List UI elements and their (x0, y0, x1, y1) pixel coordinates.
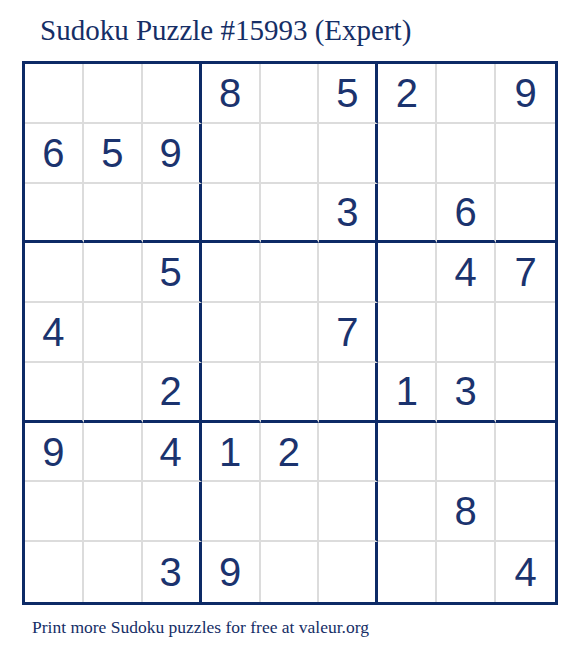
sudoku-cell-r4c2 (84, 243, 143, 303)
sudoku-cell-r3c6: 3 (319, 184, 378, 244)
sudoku-cell-r1c8 (437, 64, 496, 124)
sudoku-grid: 8529659365474721394128394 (22, 61, 558, 605)
sudoku-cell-r5c6: 7 (319, 303, 378, 363)
sudoku-cell-r2c6 (319, 124, 378, 184)
sudoku-cell-r6c5 (261, 363, 320, 423)
footer-text: Print more Sudoku puzzles for free at va… (32, 617, 369, 638)
sudoku-cell-r7c7 (378, 423, 437, 483)
sudoku-cell-r7c5: 2 (261, 423, 320, 483)
sudoku-cell-r5c3 (143, 303, 202, 363)
sudoku-cell-r7c8 (437, 423, 496, 483)
sudoku-cell-r2c1: 6 (25, 124, 84, 184)
sudoku-cell-r5c1: 4 (25, 303, 84, 363)
sudoku-cell-r5c2 (84, 303, 143, 363)
sudoku-cell-r7c6 (319, 423, 378, 483)
sudoku-cell-r1c4: 8 (202, 64, 261, 124)
sudoku-cell-r4c9: 7 (496, 243, 555, 303)
sudoku-cell-r3c3 (143, 184, 202, 244)
sudoku-cell-r2c8 (437, 124, 496, 184)
sudoku-cell-r8c8: 8 (437, 482, 496, 542)
sudoku-cell-r1c7: 2 (378, 64, 437, 124)
sudoku-cell-r7c2 (84, 423, 143, 483)
sudoku-cell-r3c2 (84, 184, 143, 244)
sudoku-cell-r9c3: 3 (143, 542, 202, 602)
sudoku-cell-r1c9: 9 (496, 64, 555, 124)
sudoku-cell-r3c9 (496, 184, 555, 244)
sudoku-cell-r8c6 (319, 482, 378, 542)
sudoku-cell-r9c6 (319, 542, 378, 602)
sudoku-cell-r8c9 (496, 482, 555, 542)
sudoku-cell-r7c9 (496, 423, 555, 483)
sudoku-cell-r2c3: 9 (143, 124, 202, 184)
sudoku-cell-r9c4: 9 (202, 542, 261, 602)
sudoku-cell-r2c7 (378, 124, 437, 184)
sudoku-cell-r4c1 (25, 243, 84, 303)
sudoku-cell-r9c9: 4 (496, 542, 555, 602)
sudoku-cell-r4c8: 4 (437, 243, 496, 303)
sudoku-cell-r1c2 (84, 64, 143, 124)
sudoku-cell-r4c5 (261, 243, 320, 303)
sudoku-cell-r5c7 (378, 303, 437, 363)
sudoku-cell-r4c7 (378, 243, 437, 303)
sudoku-cell-r6c7: 1 (378, 363, 437, 423)
sudoku-cell-r6c8: 3 (437, 363, 496, 423)
sudoku-cell-r3c4 (202, 184, 261, 244)
sudoku-cell-r3c7 (378, 184, 437, 244)
sudoku-cell-r2c5 (261, 124, 320, 184)
sudoku-cell-r8c4 (202, 482, 261, 542)
sudoku-cell-r9c8 (437, 542, 496, 602)
sudoku-cell-r6c6 (319, 363, 378, 423)
sudoku-cell-r6c9 (496, 363, 555, 423)
sudoku-cell-r4c4 (202, 243, 261, 303)
sudoku-cell-r3c1 (25, 184, 84, 244)
sudoku-cell-r2c9 (496, 124, 555, 184)
sudoku-cell-r7c3: 4 (143, 423, 202, 483)
sudoku-cell-r4c3: 5 (143, 243, 202, 303)
sudoku-cell-r9c5 (261, 542, 320, 602)
sudoku-cell-r8c3 (143, 482, 202, 542)
sudoku-cell-r6c3: 2 (143, 363, 202, 423)
sudoku-cell-r6c1 (25, 363, 84, 423)
sudoku-cell-r8c5 (261, 482, 320, 542)
sudoku-cell-r8c7 (378, 482, 437, 542)
sudoku-cell-r5c8 (437, 303, 496, 363)
sudoku-cell-r6c2 (84, 363, 143, 423)
sudoku-cell-r5c4 (202, 303, 261, 363)
sudoku-cell-r1c1 (25, 64, 84, 124)
sudoku-cell-r6c4 (202, 363, 261, 423)
sudoku-cell-r1c5 (261, 64, 320, 124)
sudoku-cell-r2c4 (202, 124, 261, 184)
sudoku-cell-r4c6 (319, 243, 378, 303)
sudoku-cell-r9c1 (25, 542, 84, 602)
sudoku-cell-r5c5 (261, 303, 320, 363)
page-title: Sudoku Puzzle #15993 (Expert) (40, 14, 411, 47)
sudoku-cell-r5c9 (496, 303, 555, 363)
sudoku-cell-r1c3 (143, 64, 202, 124)
sudoku-cell-r9c7 (378, 542, 437, 602)
sudoku-cell-r9c2 (84, 542, 143, 602)
sudoku-cell-r7c4: 1 (202, 423, 261, 483)
sudoku-cell-r2c2: 5 (84, 124, 143, 184)
sudoku-cell-r8c1 (25, 482, 84, 542)
sudoku-cell-r1c6: 5 (319, 64, 378, 124)
sudoku-cell-r3c5 (261, 184, 320, 244)
sudoku-page: Sudoku Puzzle #15993 (Expert) 8529659365… (0, 0, 580, 651)
sudoku-cell-r7c1: 9 (25, 423, 84, 483)
sudoku-cell-r8c2 (84, 482, 143, 542)
sudoku-cell-r3c8: 6 (437, 184, 496, 244)
